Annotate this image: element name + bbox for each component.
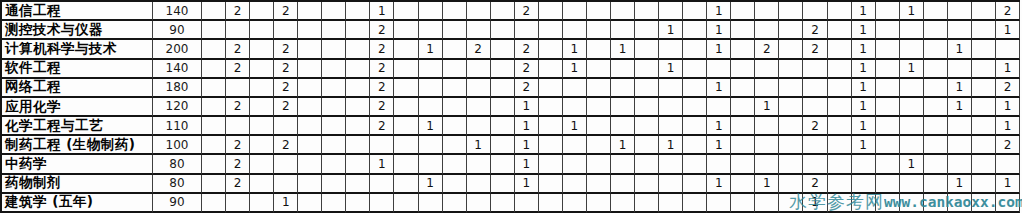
- detail-cell: [659, 40, 683, 59]
- detail-cell: [996, 194, 1020, 213]
- detail-cell: 1: [611, 40, 635, 59]
- detail-cell: 1: [515, 117, 539, 136]
- detail-cell: 1: [948, 98, 972, 117]
- detail-cell: 1: [659, 60, 683, 79]
- detail-cell: 1: [563, 117, 587, 136]
- detail-cell: [683, 136, 707, 155]
- detail-cell: [539, 40, 563, 59]
- detail-cell: [419, 155, 443, 174]
- detail-cell: [443, 2, 467, 21]
- detail-cell: [587, 155, 611, 174]
- detail-cell: [298, 98, 322, 117]
- detail-cell: [587, 194, 611, 213]
- detail-cell: [731, 136, 755, 155]
- detail-cell: [563, 98, 587, 117]
- detail-cell: [346, 40, 370, 59]
- detail-cell: [635, 136, 659, 155]
- detail-cell: [755, 79, 779, 98]
- major-name-cell: 应用化学: [2, 98, 153, 117]
- detail-cell: [587, 117, 611, 136]
- plan-total-cell: 140: [153, 2, 202, 21]
- detail-cell: [683, 2, 707, 21]
- detail-cell: [948, 21, 972, 40]
- detail-cell: [779, 40, 803, 59]
- detail-cell: [322, 60, 346, 79]
- detail-cell: 1: [996, 98, 1020, 117]
- detail-cell: [900, 175, 924, 194]
- detail-cell: [779, 21, 803, 40]
- detail-cell: [274, 21, 298, 40]
- detail-cell: [683, 60, 707, 79]
- detail-cell: [539, 175, 563, 194]
- detail-cell: [635, 98, 659, 117]
- detail-cell: [443, 79, 467, 98]
- detail-cell: [539, 117, 563, 136]
- detail-cell: 2: [996, 79, 1020, 98]
- detail-cell: [755, 2, 779, 21]
- detail-cell: [779, 155, 803, 174]
- detail-cell: [587, 60, 611, 79]
- detail-cell: [755, 60, 779, 79]
- detail-cell: [322, 194, 346, 213]
- detail-cell: [539, 98, 563, 117]
- detail-cell: [659, 2, 683, 21]
- detail-cell: [635, 21, 659, 40]
- detail-cell: 2: [370, 98, 394, 117]
- detail-cell: 1: [370, 155, 394, 174]
- detail-cell: 2: [515, 79, 539, 98]
- detail-cell: [876, 155, 900, 174]
- detail-cell: 2: [803, 21, 827, 40]
- detail-cell: [828, 79, 852, 98]
- detail-cell: 1: [996, 175, 1020, 194]
- detail-cell: [250, 21, 274, 40]
- detail-cell: [443, 175, 467, 194]
- detail-cell: [443, 117, 467, 136]
- detail-cell: [250, 175, 274, 194]
- detail-cell: [322, 117, 346, 136]
- plan-total-cell: 140: [153, 60, 202, 79]
- detail-cell: 1: [852, 40, 876, 59]
- detail-cell: 1: [755, 98, 779, 117]
- detail-cell: 1: [611, 136, 635, 155]
- detail-cell: 2: [370, 117, 394, 136]
- detail-cell: [635, 175, 659, 194]
- detail-cell: [443, 40, 467, 59]
- detail-cell: 2: [274, 40, 298, 59]
- plan-total-cell: 200: [153, 40, 202, 59]
- detail-cell: 1: [707, 136, 731, 155]
- detail-cell: [876, 60, 900, 79]
- detail-cell: [419, 60, 443, 79]
- detail-cell: [731, 60, 755, 79]
- major-name-cell: 化学工程与工艺: [2, 117, 153, 136]
- detail-cell: [250, 60, 274, 79]
- plan-total-cell: 180: [153, 79, 202, 98]
- detail-cell: 2: [515, 60, 539, 79]
- detail-cell: 2: [226, 136, 250, 155]
- detail-cell: [467, 98, 491, 117]
- detail-cell: [731, 40, 755, 59]
- detail-cell: [876, 98, 900, 117]
- detail-cell: 2: [515, 40, 539, 59]
- detail-cell: [587, 79, 611, 98]
- detail-cell: 2: [803, 175, 827, 194]
- detail-cell: [900, 117, 924, 136]
- detail-cell: [467, 155, 491, 174]
- detail-cell: [803, 98, 827, 117]
- detail-cell: [322, 155, 346, 174]
- detail-cell: [683, 40, 707, 59]
- detail-cell: [900, 21, 924, 40]
- detail-cell: [972, 117, 996, 136]
- detail-cell: [202, 194, 226, 213]
- detail-cell: [659, 194, 683, 213]
- detail-cell: [202, 2, 226, 21]
- detail-cell: [491, 194, 515, 213]
- detail-cell: [491, 2, 515, 21]
- detail-cell: [707, 194, 731, 213]
- detail-cell: [491, 155, 515, 174]
- detail-cell: 2: [370, 40, 394, 59]
- detail-cell: [852, 194, 876, 213]
- detail-cell: [250, 155, 274, 174]
- detail-cell: 1: [996, 21, 1020, 40]
- detail-cell: [419, 98, 443, 117]
- detail-cell: [467, 21, 491, 40]
- detail-cell: [659, 175, 683, 194]
- detail-cell: 2: [274, 2, 298, 21]
- detail-cell: [515, 194, 539, 213]
- detail-cell: [924, 40, 948, 59]
- detail-cell: 2: [226, 155, 250, 174]
- detail-cell: 2: [803, 117, 827, 136]
- detail-cell: [779, 136, 803, 155]
- detail-cell: [972, 175, 996, 194]
- detail-cell: [876, 21, 900, 40]
- detail-cell: [635, 117, 659, 136]
- detail-cell: [587, 136, 611, 155]
- detail-cell: [394, 136, 418, 155]
- detail-cell: [443, 60, 467, 79]
- detail-cell: [972, 21, 996, 40]
- detail-cell: 1: [563, 60, 587, 79]
- detail-cell: [924, 155, 948, 174]
- detail-cell: [611, 2, 635, 21]
- detail-cell: [298, 60, 322, 79]
- detail-cell: [394, 21, 418, 40]
- detail-cell: [972, 155, 996, 174]
- detail-cell: [611, 60, 635, 79]
- detail-cell: 2: [803, 40, 827, 59]
- detail-cell: [226, 21, 250, 40]
- detail-cell: [346, 117, 370, 136]
- detail-cell: 1: [707, 117, 731, 136]
- detail-cell: 2: [274, 98, 298, 117]
- detail-cell: [948, 136, 972, 155]
- detail-cell: [539, 194, 563, 213]
- detail-cell: [803, 136, 827, 155]
- detail-cell: [900, 79, 924, 98]
- detail-cell: [731, 79, 755, 98]
- detail-cell: 1: [419, 40, 443, 59]
- detail-cell: [394, 79, 418, 98]
- detail-cell: [346, 155, 370, 174]
- detail-cell: 1: [515, 155, 539, 174]
- detail-cell: [563, 194, 587, 213]
- detail-cell: [202, 40, 226, 59]
- major-name-cell: 计算机科学与技术: [2, 40, 153, 59]
- detail-cell: [635, 194, 659, 213]
- detail-cell: [876, 2, 900, 21]
- detail-cell: [659, 155, 683, 174]
- detail-cell: [683, 79, 707, 98]
- detail-cell: [346, 98, 370, 117]
- detail-cell: [419, 136, 443, 155]
- detail-cell: 1: [370, 2, 394, 21]
- detail-cell: [972, 79, 996, 98]
- detail-cell: [900, 40, 924, 59]
- detail-cell: [948, 117, 972, 136]
- detail-cell: [346, 136, 370, 155]
- detail-cell: [202, 155, 226, 174]
- detail-cell: [226, 194, 250, 213]
- detail-cell: 2: [370, 79, 394, 98]
- detail-cell: [226, 79, 250, 98]
- detail-cell: [924, 194, 948, 213]
- detail-cell: [779, 175, 803, 194]
- detail-cell: [948, 2, 972, 21]
- detail-cell: 2: [515, 2, 539, 21]
- detail-cell: [683, 175, 707, 194]
- detail-cell: [539, 60, 563, 79]
- detail-cell: [467, 60, 491, 79]
- detail-cell: [828, 2, 852, 21]
- detail-cell: [828, 117, 852, 136]
- detail-cell: [924, 175, 948, 194]
- detail-cell: [202, 175, 226, 194]
- detail-cell: [202, 79, 226, 98]
- detail-cell: [731, 117, 755, 136]
- plan-total-cell: 80: [153, 155, 202, 174]
- detail-cell: [587, 98, 611, 117]
- detail-cell: [274, 117, 298, 136]
- detail-cell: [394, 2, 418, 21]
- plan-total-cell: 80: [153, 175, 202, 194]
- detail-cell: 1: [707, 79, 731, 98]
- detail-cell: 2: [274, 79, 298, 98]
- major-name-cell: 软件工程: [2, 60, 153, 79]
- detail-cell: [876, 40, 900, 59]
- major-name-cell: 中药学: [2, 155, 153, 174]
- detail-cell: [491, 136, 515, 155]
- detail-cell: [779, 194, 803, 213]
- enrollment-table-screenshot: 通信工程14022121112测控技术与仪器90211211计算机科学与技术20…: [0, 0, 1022, 213]
- detail-cell: [755, 136, 779, 155]
- detail-cell: [707, 155, 731, 174]
- detail-cell: [250, 98, 274, 117]
- detail-cell: [755, 194, 779, 213]
- detail-cell: [611, 98, 635, 117]
- detail-cell: [755, 155, 779, 174]
- detail-cell: 1: [948, 79, 972, 98]
- detail-cell: [563, 79, 587, 98]
- detail-cell: [828, 40, 852, 59]
- detail-cell: [683, 98, 707, 117]
- plan-total-cell: 110: [153, 117, 202, 136]
- detail-cell: [419, 79, 443, 98]
- detail-cell: [683, 21, 707, 40]
- detail-cell: [731, 194, 755, 213]
- major-name-cell: 建筑学 (五年): [2, 194, 153, 213]
- detail-cell: 1: [852, 117, 876, 136]
- major-name-cell: 网络工程: [2, 79, 153, 98]
- detail-cell: [635, 79, 659, 98]
- detail-cell: [924, 79, 948, 98]
- detail-cell: [394, 175, 418, 194]
- detail-cell: [419, 2, 443, 21]
- detail-cell: 1: [900, 155, 924, 174]
- detail-cell: [587, 175, 611, 194]
- detail-cell: 2: [467, 40, 491, 59]
- detail-cell: [779, 98, 803, 117]
- detail-cell: 2: [755, 40, 779, 59]
- detail-cell: 1: [659, 21, 683, 40]
- detail-cell: [852, 175, 876, 194]
- detail-cell: [370, 194, 394, 213]
- detail-cell: [611, 194, 635, 213]
- detail-cell: 1: [755, 175, 779, 194]
- detail-cell: 1: [852, 21, 876, 40]
- detail-cell: [563, 155, 587, 174]
- major-name-cell: 制药工程 (生物制药): [2, 136, 153, 155]
- detail-cell: 1: [515, 136, 539, 155]
- detail-cell: [948, 60, 972, 79]
- detail-cell: [779, 2, 803, 21]
- detail-cell: [346, 79, 370, 98]
- detail-cell: 1: [707, 40, 731, 59]
- detail-cell: 2: [226, 60, 250, 79]
- detail-cell: 1: [852, 136, 876, 155]
- detail-cell: [611, 155, 635, 174]
- detail-cell: [419, 194, 443, 213]
- detail-cell: 2: [226, 175, 250, 194]
- detail-cell: [274, 175, 298, 194]
- detail-cell: 1: [996, 117, 1020, 136]
- detail-cell: 1: [900, 2, 924, 21]
- detail-cell: [563, 175, 587, 194]
- detail-cell: 1: [996, 60, 1020, 79]
- detail-cell: [924, 136, 948, 155]
- detail-cell: [202, 98, 226, 117]
- detail-cell: 1: [852, 60, 876, 79]
- detail-cell: [828, 155, 852, 174]
- detail-cell: [250, 40, 274, 59]
- detail-cell: [202, 60, 226, 79]
- detail-cell: [779, 117, 803, 136]
- detail-cell: [755, 21, 779, 40]
- detail-cell: [924, 117, 948, 136]
- detail-cell: [298, 136, 322, 155]
- detail-cell: [539, 155, 563, 174]
- detail-cell: [322, 79, 346, 98]
- detail-cell: [731, 98, 755, 117]
- detail-cell: [491, 60, 515, 79]
- detail-cell: [443, 194, 467, 213]
- detail-cell: [274, 155, 298, 174]
- detail-cell: [539, 79, 563, 98]
- detail-cell: [298, 79, 322, 98]
- detail-cell: 1: [852, 2, 876, 21]
- detail-cell: [900, 194, 924, 213]
- plan-total-cell: 100: [153, 136, 202, 155]
- detail-cell: [828, 175, 852, 194]
- detail-cell: [370, 136, 394, 155]
- detail-cell: 1: [803, 194, 827, 213]
- detail-cell: [394, 98, 418, 117]
- detail-cell: [250, 79, 274, 98]
- detail-cell: 1: [274, 194, 298, 213]
- detail-cell: [443, 21, 467, 40]
- detail-cell: [298, 2, 322, 21]
- detail-cell: [996, 40, 1020, 59]
- detail-cell: 2: [226, 40, 250, 59]
- detail-cell: [779, 79, 803, 98]
- detail-cell: [250, 194, 274, 213]
- detail-cell: [731, 175, 755, 194]
- detail-cell: [659, 117, 683, 136]
- detail-cell: 2: [996, 136, 1020, 155]
- detail-cell: [803, 2, 827, 21]
- detail-cell: [491, 40, 515, 59]
- detail-cell: [828, 60, 852, 79]
- detail-cell: [635, 2, 659, 21]
- detail-cell: [563, 136, 587, 155]
- detail-cell: [250, 136, 274, 155]
- plan-total-cell: 120: [153, 98, 202, 117]
- detail-cell: [298, 117, 322, 136]
- detail-cell: 1: [419, 117, 443, 136]
- detail-cell: [322, 98, 346, 117]
- detail-cell: [683, 155, 707, 174]
- detail-cell: [972, 2, 996, 21]
- detail-cell: 2: [226, 98, 250, 117]
- detail-cell: [828, 136, 852, 155]
- enrollment-table: 通信工程14022121112测控技术与仪器90211211计算机科学与技术20…: [0, 0, 1020, 213]
- detail-cell: [972, 60, 996, 79]
- detail-cell: [587, 2, 611, 21]
- detail-cell: 1: [948, 40, 972, 59]
- detail-cell: [250, 2, 274, 21]
- detail-cell: [779, 60, 803, 79]
- detail-cell: [876, 79, 900, 98]
- detail-cell: [611, 175, 635, 194]
- detail-cell: [972, 40, 996, 59]
- detail-cell: [924, 21, 948, 40]
- detail-cell: [491, 98, 515, 117]
- detail-cell: 1: [707, 21, 731, 40]
- detail-cell: [803, 60, 827, 79]
- detail-cell: [394, 40, 418, 59]
- detail-cell: [707, 60, 731, 79]
- detail-cell: [322, 2, 346, 21]
- detail-cell: [322, 175, 346, 194]
- detail-cell: [852, 155, 876, 174]
- detail-cell: [996, 155, 1020, 174]
- detail-cell: [394, 117, 418, 136]
- detail-cell: [346, 194, 370, 213]
- detail-cell: [467, 79, 491, 98]
